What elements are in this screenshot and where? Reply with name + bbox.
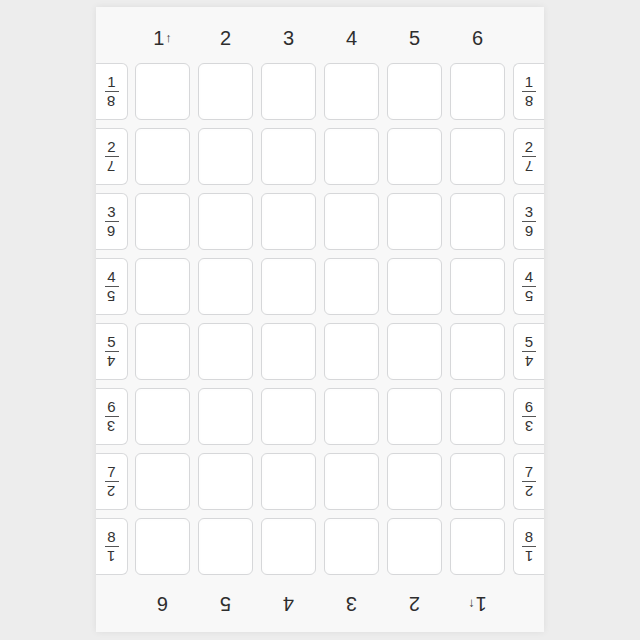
row-number-far-rotated: 5 bbox=[107, 289, 115, 304]
column-number-4: 4 bbox=[261, 575, 316, 632]
paper-board-sheet: 1↑23456 1↑23456 1827364554637281 1827364… bbox=[96, 7, 544, 632]
column-number-2: 2 bbox=[387, 575, 442, 632]
cell-r1-c3[interactable] bbox=[261, 63, 316, 120]
row-label-right-2: 27 bbox=[513, 128, 544, 185]
cell-r6-c3[interactable] bbox=[261, 388, 316, 445]
cell-r5-c1[interactable] bbox=[135, 323, 190, 380]
cell-r7-c4[interactable] bbox=[324, 453, 379, 510]
board-grid bbox=[135, 63, 505, 575]
column-number-label: 1 bbox=[153, 27, 164, 50]
row-number-near: 1 bbox=[107, 74, 115, 89]
cell-r8-c4[interactable] bbox=[324, 518, 379, 575]
column-number-label: 3 bbox=[346, 592, 357, 615]
cell-r6-c2[interactable] bbox=[198, 388, 253, 445]
cell-r6-c6[interactable] bbox=[450, 388, 505, 445]
row-number-far-rotated: 3 bbox=[525, 419, 533, 434]
cell-r3-c3[interactable] bbox=[261, 193, 316, 250]
column-number-label: 2 bbox=[409, 592, 420, 615]
row-label-left-8: 81 bbox=[96, 518, 128, 575]
cell-r1-c1[interactable] bbox=[135, 63, 190, 120]
column-number-6: 6 bbox=[450, 7, 505, 63]
cell-r4-c4[interactable] bbox=[324, 258, 379, 315]
fraction-bar bbox=[522, 481, 536, 482]
fraction-bar bbox=[522, 351, 536, 352]
row-label-right-1: 18 bbox=[513, 63, 544, 120]
cell-r7-c2[interactable] bbox=[198, 453, 253, 510]
cell-r2-c5[interactable] bbox=[387, 128, 442, 185]
left-row-labels: 1827364554637281 bbox=[96, 63, 128, 575]
fraction-bar bbox=[105, 91, 119, 92]
row-number-near: 8 bbox=[107, 529, 115, 544]
fraction-bar bbox=[105, 286, 119, 287]
row-label-right-7: 72 bbox=[513, 453, 544, 510]
row-label-left-2: 27 bbox=[96, 128, 128, 185]
cell-r3-c5[interactable] bbox=[387, 193, 442, 250]
column-number-label: 1 bbox=[476, 592, 487, 615]
cell-r3-c6[interactable] bbox=[450, 193, 505, 250]
top-column-numbers: 1↑23456 bbox=[135, 7, 505, 63]
row-number-far-rotated: 1 bbox=[525, 549, 533, 564]
cell-r5-c2[interactable] bbox=[198, 323, 253, 380]
cell-r8-c1[interactable] bbox=[135, 518, 190, 575]
row-label-left-1: 18 bbox=[96, 63, 128, 120]
cell-r1-c5[interactable] bbox=[387, 63, 442, 120]
column-number-label: 4 bbox=[283, 592, 294, 615]
cell-r8-c2[interactable] bbox=[198, 518, 253, 575]
fraction-bar bbox=[105, 221, 119, 222]
cell-r2-c1[interactable] bbox=[135, 128, 190, 185]
fraction-bar bbox=[522, 221, 536, 222]
row-number-far-rotated: 6 bbox=[107, 224, 115, 239]
row-label-left-5: 54 bbox=[96, 323, 128, 380]
fraction-bar bbox=[522, 286, 536, 287]
column-number-label: 2 bbox=[220, 27, 231, 50]
row-number-far-rotated: 1 bbox=[107, 549, 115, 564]
row-label-right-3: 36 bbox=[513, 193, 544, 250]
cell-r6-c1[interactable] bbox=[135, 388, 190, 445]
column-number-label: 3 bbox=[283, 27, 294, 50]
row-number-near: 4 bbox=[525, 269, 533, 284]
row-number-near: 6 bbox=[525, 399, 533, 414]
row-number-far-rotated: 4 bbox=[525, 354, 533, 369]
row-label-right-8: 81 bbox=[513, 518, 544, 575]
cell-r3-c2[interactable] bbox=[198, 193, 253, 250]
row-label-right-5: 54 bbox=[513, 323, 544, 380]
cell-r2-c6[interactable] bbox=[450, 128, 505, 185]
row-number-far-rotated: 7 bbox=[525, 159, 533, 174]
right-row-labels: 1827364554637281 bbox=[513, 63, 544, 575]
row-label-right-4: 45 bbox=[513, 258, 544, 315]
fraction-bar bbox=[105, 351, 119, 352]
row-number-far-rotated: 8 bbox=[107, 94, 115, 109]
cell-r6-c4[interactable] bbox=[324, 388, 379, 445]
row-label-left-4: 45 bbox=[96, 258, 128, 315]
up-arrow-icon: ↑ bbox=[165, 30, 172, 45]
cell-r5-c6[interactable] bbox=[450, 323, 505, 380]
row-number-near: 2 bbox=[525, 139, 533, 154]
row-label-left-3: 36 bbox=[96, 193, 128, 250]
cell-r3-c1[interactable] bbox=[135, 193, 190, 250]
cell-r2-c4[interactable] bbox=[324, 128, 379, 185]
column-number-2: 2 bbox=[198, 7, 253, 63]
row-number-far-rotated: 5 bbox=[525, 289, 533, 304]
fraction-bar bbox=[105, 416, 119, 417]
row-number-far-rotated: 2 bbox=[525, 484, 533, 499]
column-number-label: 5 bbox=[220, 592, 231, 615]
fraction-bar bbox=[105, 546, 119, 547]
row-number-near: 7 bbox=[107, 464, 115, 479]
column-number-label: 5 bbox=[409, 27, 420, 50]
column-number-1: 1↑ bbox=[135, 7, 190, 63]
cell-r5-c4[interactable] bbox=[324, 323, 379, 380]
column-number-5: 5 bbox=[198, 575, 253, 632]
row-number-far-rotated: 7 bbox=[107, 159, 115, 174]
cell-r7-c5[interactable] bbox=[387, 453, 442, 510]
column-number-3: 3 bbox=[261, 7, 316, 63]
cell-r4-c3[interactable] bbox=[261, 258, 316, 315]
fraction-bar bbox=[105, 481, 119, 482]
row-number-far-rotated: 8 bbox=[525, 94, 533, 109]
fraction-bar bbox=[522, 156, 536, 157]
row-number-near: 5 bbox=[107, 334, 115, 349]
row-number-near: 3 bbox=[525, 204, 533, 219]
fraction-bar bbox=[522, 546, 536, 547]
column-number-label: 6 bbox=[157, 592, 168, 615]
row-label-left-6: 63 bbox=[96, 388, 128, 445]
cell-r5-c5[interactable] bbox=[387, 323, 442, 380]
column-number-1: 1↑ bbox=[450, 575, 505, 632]
row-number-far-rotated: 6 bbox=[525, 224, 533, 239]
column-number-5: 5 bbox=[387, 7, 442, 63]
row-number-far-rotated: 4 bbox=[107, 354, 115, 369]
row-number-far-rotated: 3 bbox=[107, 419, 115, 434]
bottom-column-numbers-rotated: 1↑23456 bbox=[135, 575, 505, 632]
column-number-6: 6 bbox=[135, 575, 190, 632]
column-number-label: 4 bbox=[346, 27, 357, 50]
row-number-near: 6 bbox=[107, 399, 115, 414]
cell-r8-c5[interactable] bbox=[387, 518, 442, 575]
row-number-near: 4 bbox=[107, 269, 115, 284]
cell-r2-c2[interactable] bbox=[198, 128, 253, 185]
cell-r7-c3[interactable] bbox=[261, 453, 316, 510]
cell-r1-c4[interactable] bbox=[324, 63, 379, 120]
cell-r3-c4[interactable] bbox=[324, 193, 379, 250]
row-number-near: 2 bbox=[107, 139, 115, 154]
row-number-near: 7 bbox=[525, 464, 533, 479]
cell-r7-c6[interactable] bbox=[450, 453, 505, 510]
cell-r7-c1[interactable] bbox=[135, 453, 190, 510]
up-arrow-icon: ↑ bbox=[468, 597, 475, 612]
row-number-near: 3 bbox=[107, 204, 115, 219]
row-number-near: 1 bbox=[525, 74, 533, 89]
cell-r8-c6[interactable] bbox=[450, 518, 505, 575]
cell-r6-c5[interactable] bbox=[387, 388, 442, 445]
fraction-bar bbox=[522, 416, 536, 417]
cell-r8-c3[interactable] bbox=[261, 518, 316, 575]
row-number-near: 8 bbox=[525, 529, 533, 544]
column-number-3: 3 bbox=[324, 575, 379, 632]
fraction-bar bbox=[105, 156, 119, 157]
row-label-right-6: 63 bbox=[513, 388, 544, 445]
fraction-bar bbox=[522, 91, 536, 92]
column-number-label: 6 bbox=[472, 27, 483, 50]
cell-r4-c5[interactable] bbox=[387, 258, 442, 315]
row-number-far-rotated: 2 bbox=[107, 484, 115, 499]
cell-r1-c6[interactable] bbox=[450, 63, 505, 120]
cell-r5-c3[interactable] bbox=[261, 323, 316, 380]
cell-r2-c3[interactable] bbox=[261, 128, 316, 185]
row-number-near: 5 bbox=[525, 334, 533, 349]
cell-r4-c6[interactable] bbox=[450, 258, 505, 315]
column-number-4: 4 bbox=[324, 7, 379, 63]
cell-r1-c2[interactable] bbox=[198, 63, 253, 120]
cell-r4-c2[interactable] bbox=[198, 258, 253, 315]
row-label-left-7: 72 bbox=[96, 453, 128, 510]
cell-r4-c1[interactable] bbox=[135, 258, 190, 315]
